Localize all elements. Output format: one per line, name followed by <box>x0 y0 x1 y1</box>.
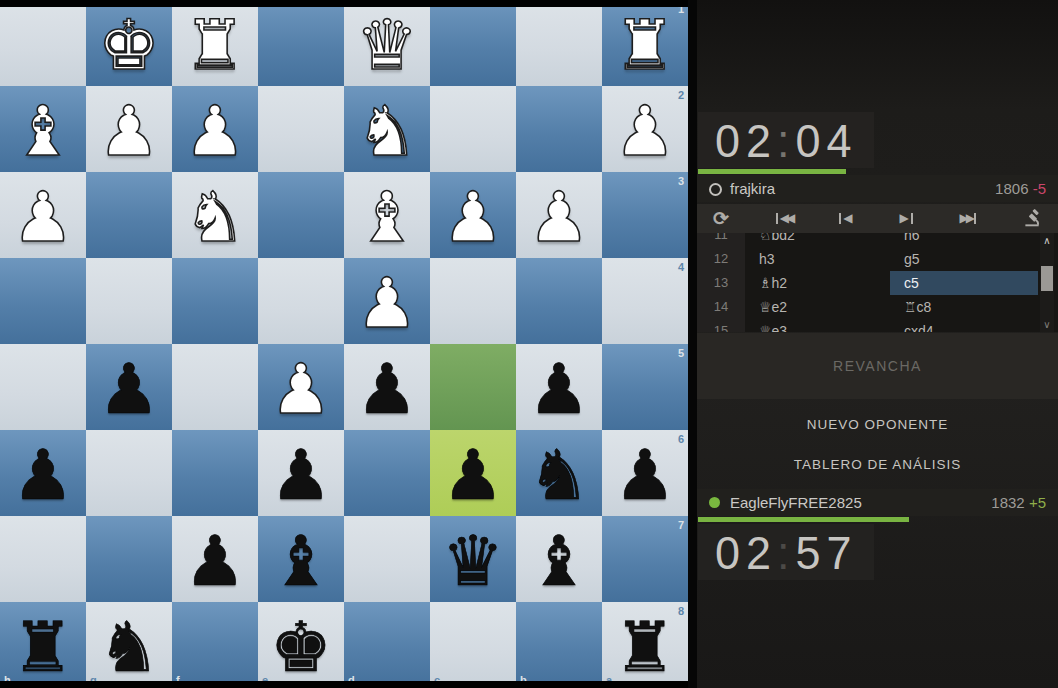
scrollbar-thumb[interactable] <box>1041 266 1053 291</box>
square-b7[interactable]: ♝ <box>516 516 602 602</box>
square-g3[interactable] <box>86 172 172 258</box>
rematch-button[interactable]: REVANCHA <box>697 333 1058 399</box>
square-c2[interactable] <box>430 86 516 172</box>
square-h6[interactable]: ♟ <box>0 430 86 516</box>
square-g1[interactable]: ♚ <box>86 0 172 86</box>
square-f3[interactable]: ♞ <box>172 172 258 258</box>
square-e4[interactable] <box>258 258 344 344</box>
black-pawn-f7[interactable]: ♟ <box>172 516 258 602</box>
white-move-13[interactable]: ♗h2 <box>745 271 890 295</box>
player-rating-change: +5 <box>1029 494 1046 511</box>
white-king-g1[interactable]: ♚ <box>86 0 172 86</box>
opponent-clock-time: 02:04 <box>698 112 874 170</box>
new-opponent-button[interactable]: NUEVO OPONENTE <box>697 417 1058 432</box>
move-row-15: 15♕e3cxd4 <box>697 319 1058 332</box>
square-a3[interactable]: 3 <box>602 172 688 258</box>
square-h3[interactable]: ♟ <box>0 172 86 258</box>
white-move-14[interactable]: ♕e2 <box>745 295 890 319</box>
square-d2[interactable]: ♞ <box>344 86 430 172</box>
square-a5[interactable]: 5 <box>602 344 688 430</box>
go-first-move-icon[interactable]: ◀◀ <box>776 204 792 233</box>
game-sidebar: 02:04 frajkira 1806 -5 ⟳ ◀◀ ◀ ▶ ▶▶ <box>697 0 1058 688</box>
player-clock-bar <box>698 517 909 522</box>
square-e5[interactable]: ♟ <box>258 344 344 430</box>
square-b5[interactable]: ♟ <box>516 344 602 430</box>
square-a6[interactable]: ♟6 <box>602 430 688 516</box>
square-f7[interactable]: ♟ <box>172 516 258 602</box>
black-move-13[interactable]: c5 <box>890 271 1038 295</box>
square-h7[interactable] <box>0 516 86 602</box>
square-d1[interactable]: ♛ <box>344 0 430 86</box>
white-rook-f1[interactable]: ♜ <box>172 0 258 86</box>
black-rook-a8[interactable]: ♜ <box>602 602 688 688</box>
player-rating: 1832 +5 <box>991 489 1046 516</box>
black-queen-c7[interactable]: ♛ <box>430 516 516 602</box>
white-rook-a1[interactable]: ♜ <box>602 0 688 86</box>
white-move-11[interactable]: ♘bd2 <box>745 233 890 247</box>
square-d5[interactable]: ♟ <box>344 344 430 430</box>
square-d3[interactable]: ♝ <box>344 172 430 258</box>
square-a7[interactable]: 7 <box>602 516 688 602</box>
move-number: 14 <box>697 295 745 319</box>
move-number: 12 <box>697 247 745 271</box>
white-pawn-c3[interactable]: ♟ <box>430 172 516 258</box>
white-pawn-h3[interactable]: ♟ <box>0 172 86 258</box>
square-d7[interactable] <box>344 516 430 602</box>
black-pawn-a6[interactable]: ♟ <box>602 430 688 516</box>
square-b4[interactable] <box>516 258 602 344</box>
go-prev-move-icon[interactable]: ◀ <box>839 204 852 233</box>
white-bishop-h2[interactable]: ♝ <box>0 86 86 172</box>
letterbox-bottom <box>0 681 688 688</box>
rank-label-7: 7 <box>678 519 684 531</box>
black-pawn-h6[interactable]: ♟ <box>0 430 86 516</box>
move-list-scrollbar: ∧ ∨ <box>1040 233 1054 332</box>
white-player-dot-icon <box>709 183 722 196</box>
square-h8[interactable]: ♜h <box>0 602 86 688</box>
black-knight-b6[interactable]: ♞ <box>516 430 602 516</box>
move-row-13: 13♗h2c5 <box>697 271 1058 295</box>
square-f8[interactable]: f <box>172 602 258 688</box>
square-e7[interactable]: ♝ <box>258 516 344 602</box>
square-h1[interactable] <box>0 0 86 86</box>
white-pawn-d4[interactable]: ♟ <box>344 258 430 344</box>
square-c5[interactable] <box>430 344 516 430</box>
square-a4[interactable]: 4 <box>602 258 688 344</box>
opponent-clock-bar <box>698 169 846 174</box>
black-pawn-d5[interactable]: ♟ <box>344 344 430 430</box>
black-king-e8[interactable]: ♚ <box>258 602 344 688</box>
lichess-game-screen: ♚♜♛♜1♝♟♟♞♟2♟♞♝♟♟3♟4♟♟♟♟5♟♟♟♞♟6♟♝♛♝7♜h♞gf… <box>0 0 1058 688</box>
move-nav-bar: ⟳ ◀◀ ◀ ▶ ▶▶ <box>697 204 1058 233</box>
letterbox-top <box>0 0 688 7</box>
go-last-move-icon[interactable]: ▶▶ <box>960 204 976 233</box>
white-knight-d2[interactable]: ♞ <box>344 86 430 172</box>
black-move-15[interactable]: cxd4 <box>890 319 1038 332</box>
square-a2[interactable]: ♟2 <box>602 86 688 172</box>
opponent-player-bar: frajkira 1806 -5 <box>697 175 1058 202</box>
square-f5[interactable] <box>172 344 258 430</box>
move-row-12: 12h3g5 <box>697 247 1058 271</box>
square-h4[interactable] <box>0 258 86 344</box>
square-f6[interactable] <box>172 430 258 516</box>
white-move-15[interactable]: ♕e3 <box>745 319 890 332</box>
analysis-board-button[interactable]: TABLERO DE ANÁLISIS <box>697 457 1058 472</box>
opponent-name[interactable]: frajkira <box>730 180 775 197</box>
square-e6[interactable]: ♟ <box>258 430 344 516</box>
move-number: 13 <box>697 271 745 295</box>
opponent-rating-change: -5 <box>1033 180 1046 197</box>
rank-label-4: 4 <box>678 261 684 273</box>
scroll-down-icon[interactable]: ∨ <box>1040 319 1054 330</box>
black-bishop-b7[interactable]: ♝ <box>516 516 602 602</box>
square-b2[interactable] <box>516 86 602 172</box>
player-clock: 02:57 <box>698 524 874 580</box>
square-c8[interactable]: c <box>430 602 516 688</box>
square-c4[interactable] <box>430 258 516 344</box>
analysis-microscope-icon[interactable] <box>1023 209 1042 228</box>
square-b3[interactable]: ♟ <box>516 172 602 258</box>
black-pawn-b5[interactable]: ♟ <box>516 344 602 430</box>
square-d6[interactable] <box>344 430 430 516</box>
square-a1[interactable]: ♜1 <box>602 0 688 86</box>
move-list: 11♘bd2h612h3g513♗h2c514♕e2♖c815♕e3cxd4 <box>697 233 1058 332</box>
board-sidebar-gap <box>688 0 697 688</box>
square-h5[interactable] <box>0 344 86 430</box>
white-queen-d1[interactable]: ♛ <box>344 0 430 86</box>
move-row-11: 11♘bd2h6 <box>697 233 1058 247</box>
move-row-14: 14♕e2♖c8 <box>697 295 1058 319</box>
rank-label-5: 5 <box>678 347 684 359</box>
black-move-14[interactable]: ♖c8 <box>890 295 1038 319</box>
square-g7[interactable] <box>86 516 172 602</box>
player-name[interactable]: EagleFlyFREE2825 <box>730 494 862 511</box>
chess-board[interactable]: ♚♜♛♜1♝♟♟♞♟2♟♞♝♟♟3♟4♟♟♟♟5♟♟♟♞♟6♟♝♛♝7♜h♞gf… <box>0 0 688 688</box>
black-pawn-e6[interactable]: ♟ <box>258 430 344 516</box>
black-move-12[interactable]: g5 <box>890 247 1038 271</box>
square-b6[interactable]: ♞ <box>516 430 602 516</box>
rank-label-3: 3 <box>678 175 684 187</box>
square-e3[interactable] <box>258 172 344 258</box>
scroll-up-icon[interactable]: ∧ <box>1040 235 1054 246</box>
white-pawn-b3[interactable]: ♟ <box>516 172 602 258</box>
square-c1[interactable] <box>430 0 516 86</box>
online-green-dot-icon <box>709 497 720 508</box>
square-b8[interactable]: b <box>516 602 602 688</box>
square-g8[interactable]: ♞g <box>86 602 172 688</box>
go-next-move-icon[interactable]: ▶ <box>899 204 912 233</box>
black-move-11[interactable]: h6 <box>890 233 1038 247</box>
square-f4[interactable] <box>172 258 258 344</box>
square-g6[interactable] <box>86 430 172 516</box>
square-d4[interactable]: ♟ <box>344 258 430 344</box>
square-f2[interactable]: ♟ <box>172 86 258 172</box>
white-bishop-d3[interactable]: ♝ <box>344 172 430 258</box>
square-e1[interactable] <box>258 0 344 86</box>
square-g4[interactable] <box>86 258 172 344</box>
square-g5[interactable]: ♟ <box>86 344 172 430</box>
player-clock-time: 02:57 <box>698 524 874 582</box>
square-a8[interactable]: ♜8a <box>602 602 688 688</box>
white-pawn-a2[interactable]: ♟ <box>602 86 688 172</box>
player-bar: EagleFlyFREE2825 1832 +5 <box>697 489 1058 516</box>
square-d8[interactable]: d <box>344 602 430 688</box>
black-pawn-g5[interactable]: ♟ <box>86 344 172 430</box>
opponent-clock: 02:04 <box>698 112 874 168</box>
opponent-rating: 1806 -5 <box>995 175 1046 202</box>
square-f1[interactable]: ♜ <box>172 0 258 86</box>
white-knight-f3[interactable]: ♞ <box>172 172 258 258</box>
square-c3[interactable]: ♟ <box>430 172 516 258</box>
black-pawn-c6[interactable]: ♟ <box>430 430 516 516</box>
square-c6[interactable]: ♟ <box>430 430 516 516</box>
square-g2[interactable]: ♟ <box>86 86 172 172</box>
white-move-12[interactable]: h3 <box>745 247 890 271</box>
black-bishop-e7[interactable]: ♝ <box>258 516 344 602</box>
square-b1[interactable] <box>516 0 602 86</box>
white-pawn-g2[interactable]: ♟ <box>86 86 172 172</box>
square-e2[interactable] <box>258 86 344 172</box>
move-number: 11 <box>697 233 745 247</box>
white-pawn-f2[interactable]: ♟ <box>172 86 258 172</box>
white-pawn-e5[interactable]: ♟ <box>258 344 344 430</box>
square-h2[interactable]: ♝ <box>0 86 86 172</box>
black-knight-g8[interactable]: ♞ <box>86 602 172 688</box>
flip-board-icon[interactable]: ⟳ <box>713 204 729 233</box>
square-c7[interactable]: ♛ <box>430 516 516 602</box>
black-rook-h8[interactable]: ♜ <box>0 602 86 688</box>
move-number: 15 <box>697 319 745 332</box>
square-e8[interactable]: ♚e <box>258 602 344 688</box>
